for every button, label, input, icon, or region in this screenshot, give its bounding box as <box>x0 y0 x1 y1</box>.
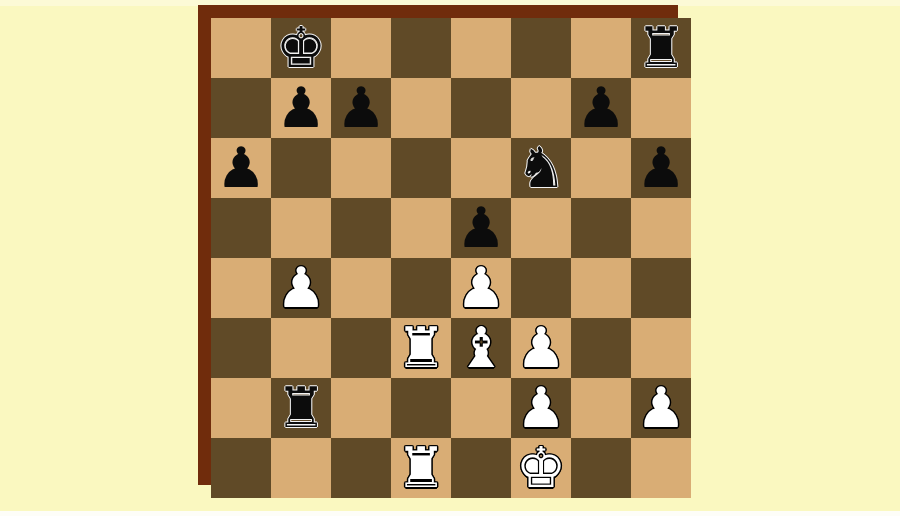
black-pawn-piece: ♟ <box>216 138 266 198</box>
square-b2[interactable]: ♜ <box>271 378 331 438</box>
square-g8[interactable] <box>571 18 631 78</box>
black-pawn-piece: ♟ <box>576 78 626 138</box>
square-h3[interactable] <box>631 318 691 378</box>
square-h2[interactable]: ♟ <box>631 378 691 438</box>
square-e3[interactable]: ♝ <box>451 318 511 378</box>
square-a4[interactable] <box>211 258 271 318</box>
square-e1[interactable] <box>451 438 511 498</box>
square-d7[interactable] <box>391 78 451 138</box>
chess-board: ♚♜♟♟♟♟♞♟♟♟♟♜♝♟♜♟♟♜♚ <box>211 18 691 498</box>
square-g4[interactable] <box>571 258 631 318</box>
square-d3[interactable]: ♜ <box>391 318 451 378</box>
square-h1[interactable] <box>631 438 691 498</box>
white-rook-piece: ♜ <box>396 438 446 498</box>
black-knight-piece: ♞ <box>516 138 566 198</box>
square-h4[interactable] <box>631 258 691 318</box>
black-pawn-piece: ♟ <box>456 198 506 258</box>
square-g7[interactable]: ♟ <box>571 78 631 138</box>
black-pawn-piece: ♟ <box>636 138 686 198</box>
bottom-strip <box>0 511 900 516</box>
square-e4[interactable]: ♟ <box>451 258 511 318</box>
square-a2[interactable] <box>211 378 271 438</box>
square-f2[interactable]: ♟ <box>511 378 571 438</box>
square-b6[interactable] <box>271 138 331 198</box>
square-c2[interactable] <box>331 378 391 438</box>
square-f8[interactable] <box>511 18 571 78</box>
square-d5[interactable] <box>391 198 451 258</box>
square-a3[interactable] <box>211 318 271 378</box>
white-pawn-piece: ♟ <box>516 318 566 378</box>
square-c8[interactable] <box>331 18 391 78</box>
black-rook-piece: ♜ <box>636 18 686 78</box>
square-a1[interactable] <box>211 438 271 498</box>
square-a5[interactable] <box>211 198 271 258</box>
page-background: ♚♜♟♟♟♟♞♟♟♟♟♜♝♟♜♟♟♜♚ <box>0 0 900 516</box>
square-f1[interactable]: ♚ <box>511 438 571 498</box>
square-e5[interactable]: ♟ <box>451 198 511 258</box>
square-g5[interactable] <box>571 198 631 258</box>
square-g6[interactable] <box>571 138 631 198</box>
square-a6[interactable]: ♟ <box>211 138 271 198</box>
square-f3[interactable]: ♟ <box>511 318 571 378</box>
square-e8[interactable] <box>451 18 511 78</box>
square-h7[interactable] <box>631 78 691 138</box>
black-pawn-piece: ♟ <box>336 78 386 138</box>
white-king-piece: ♚ <box>516 438 566 498</box>
white-rook-piece: ♜ <box>396 318 446 378</box>
square-d6[interactable] <box>391 138 451 198</box>
square-d8[interactable] <box>391 18 451 78</box>
square-b7[interactable]: ♟ <box>271 78 331 138</box>
white-pawn-piece: ♟ <box>636 378 686 438</box>
square-b4[interactable]: ♟ <box>271 258 331 318</box>
square-g3[interactable] <box>571 318 631 378</box>
white-pawn-piece: ♟ <box>456 258 506 318</box>
square-c3[interactable] <box>331 318 391 378</box>
square-h6[interactable]: ♟ <box>631 138 691 198</box>
square-d2[interactable] <box>391 378 451 438</box>
square-d4[interactable] <box>391 258 451 318</box>
black-rook-piece: ♜ <box>276 378 326 438</box>
square-c1[interactable] <box>331 438 391 498</box>
black-king-piece: ♚ <box>276 18 326 78</box>
square-b3[interactable] <box>271 318 331 378</box>
square-c6[interactable] <box>331 138 391 198</box>
square-d1[interactable]: ♜ <box>391 438 451 498</box>
white-pawn-piece: ♟ <box>276 258 326 318</box>
square-g1[interactable] <box>571 438 631 498</box>
white-bishop-piece: ♝ <box>456 318 506 378</box>
square-a8[interactable] <box>211 18 271 78</box>
square-e2[interactable] <box>451 378 511 438</box>
square-e7[interactable] <box>451 78 511 138</box>
chess-board-frame: ♚♜♟♟♟♟♞♟♟♟♟♜♝♟♜♟♟♜♚ <box>198 5 678 485</box>
square-c7[interactable]: ♟ <box>331 78 391 138</box>
square-b8[interactable]: ♚ <box>271 18 331 78</box>
square-f5[interactable] <box>511 198 571 258</box>
square-h5[interactable] <box>631 198 691 258</box>
square-e6[interactable] <box>451 138 511 198</box>
square-a7[interactable] <box>211 78 271 138</box>
square-b1[interactable] <box>271 438 331 498</box>
black-pawn-piece: ♟ <box>276 78 326 138</box>
white-pawn-piece: ♟ <box>516 378 566 438</box>
square-c4[interactable] <box>331 258 391 318</box>
square-f7[interactable] <box>511 78 571 138</box>
square-f6[interactable]: ♞ <box>511 138 571 198</box>
square-g2[interactable] <box>571 378 631 438</box>
square-h8[interactable]: ♜ <box>631 18 691 78</box>
square-f4[interactable] <box>511 258 571 318</box>
square-c5[interactable] <box>331 198 391 258</box>
square-b5[interactable] <box>271 198 331 258</box>
